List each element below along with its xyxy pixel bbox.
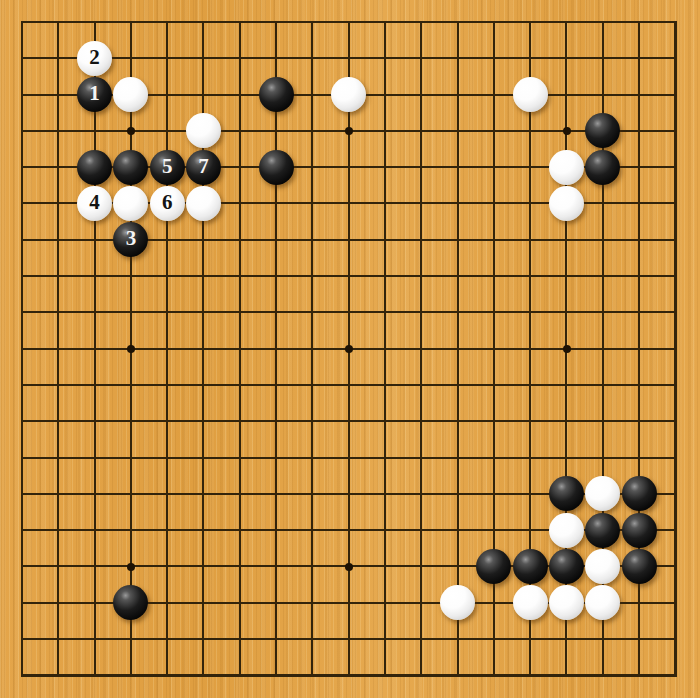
board-point-K8[interactable] <box>331 403 367 439</box>
board-point-F5[interactable] <box>185 512 221 548</box>
board-point-F7[interactable] <box>185 439 221 475</box>
board-point-E19[interactable] <box>149 4 185 40</box>
board-point-M3[interactable] <box>403 585 439 621</box>
board-point-Q7[interactable] <box>548 439 584 475</box>
board-point-H15[interactable] <box>258 149 294 185</box>
board-point-P12[interactable] <box>512 258 548 294</box>
board-point-B17[interactable] <box>40 76 76 112</box>
board-point-H9[interactable] <box>258 367 294 403</box>
board-point-R5[interactable] <box>585 512 621 548</box>
board-point-R13[interactable] <box>585 222 621 258</box>
board-point-L1[interactable] <box>367 657 403 693</box>
board-point-F17[interactable] <box>185 76 221 112</box>
board-point-T5[interactable] <box>657 512 693 548</box>
board-point-B7[interactable] <box>40 439 76 475</box>
board-point-F13[interactable] <box>185 222 221 258</box>
board-point-R11[interactable] <box>585 294 621 330</box>
board-point-D16[interactable] <box>113 113 149 149</box>
board-point-D2[interactable] <box>113 621 149 657</box>
board-point-O9[interactable] <box>476 367 512 403</box>
board-point-J5[interactable] <box>294 512 330 548</box>
board-point-A7[interactable] <box>4 439 40 475</box>
board-point-R1[interactable] <box>585 657 621 693</box>
board-point-Q15[interactable] <box>548 149 584 185</box>
board-point-S18[interactable] <box>621 40 657 76</box>
board-point-E8[interactable] <box>149 403 185 439</box>
board-point-C8[interactable] <box>76 403 112 439</box>
board-point-P1[interactable] <box>512 657 548 693</box>
board-point-J17[interactable] <box>294 76 330 112</box>
board-point-B2[interactable] <box>40 621 76 657</box>
board-point-C3[interactable] <box>76 585 112 621</box>
board-point-N18[interactable] <box>439 40 475 76</box>
board-point-N17[interactable] <box>439 76 475 112</box>
board-point-D15[interactable] <box>113 149 149 185</box>
board-point-N11[interactable] <box>439 294 475 330</box>
board-point-E3[interactable] <box>149 585 185 621</box>
board-point-E5[interactable] <box>149 512 185 548</box>
board-point-L16[interactable] <box>367 113 403 149</box>
board-point-L17[interactable] <box>367 76 403 112</box>
board-point-A1[interactable] <box>4 657 40 693</box>
board-point-E6[interactable] <box>149 476 185 512</box>
board-point-K5[interactable] <box>331 512 367 548</box>
board-point-G3[interactable] <box>222 585 258 621</box>
board-point-N3[interactable] <box>439 585 475 621</box>
board-point-L15[interactable] <box>367 149 403 185</box>
board-point-O13[interactable] <box>476 222 512 258</box>
board-point-H5[interactable] <box>258 512 294 548</box>
board-point-K15[interactable] <box>331 149 367 185</box>
board-point-E17[interactable] <box>149 76 185 112</box>
board-point-S11[interactable] <box>621 294 657 330</box>
board-point-A9[interactable] <box>4 367 40 403</box>
board-point-S2[interactable] <box>621 621 657 657</box>
board-point-E2[interactable] <box>149 621 185 657</box>
board-point-L2[interactable] <box>367 621 403 657</box>
board-point-M10[interactable] <box>403 331 439 367</box>
board-point-C9[interactable] <box>76 367 112 403</box>
board-point-E11[interactable] <box>149 294 185 330</box>
board-point-J12[interactable] <box>294 258 330 294</box>
board-point-L6[interactable] <box>367 476 403 512</box>
board-point-Q14[interactable] <box>548 185 584 221</box>
board-point-F1[interactable] <box>185 657 221 693</box>
board-point-G17[interactable] <box>222 76 258 112</box>
board-point-G8[interactable] <box>222 403 258 439</box>
board-point-Q2[interactable] <box>548 621 584 657</box>
board-point-H19[interactable] <box>258 4 294 40</box>
board-point-E7[interactable] <box>149 439 185 475</box>
board-point-T18[interactable] <box>657 40 693 76</box>
board-point-J10[interactable] <box>294 331 330 367</box>
board-point-R9[interactable] <box>585 367 621 403</box>
board-point-L4[interactable] <box>367 548 403 584</box>
board-point-B3[interactable] <box>40 585 76 621</box>
board-point-C12[interactable] <box>76 258 112 294</box>
board-point-G6[interactable] <box>222 476 258 512</box>
board-point-Q16[interactable] <box>548 113 584 149</box>
board-point-D12[interactable] <box>113 258 149 294</box>
board-point-H1[interactable] <box>258 657 294 693</box>
board-point-G15[interactable] <box>222 149 258 185</box>
board-point-H14[interactable] <box>258 185 294 221</box>
board-point-O7[interactable] <box>476 439 512 475</box>
board-point-N4[interactable] <box>439 548 475 584</box>
board-point-O15[interactable] <box>476 149 512 185</box>
board-point-M6[interactable] <box>403 476 439 512</box>
board-point-G19[interactable] <box>222 4 258 40</box>
board-point-T9[interactable] <box>657 367 693 403</box>
board-point-B19[interactable] <box>40 4 76 40</box>
board-point-L10[interactable] <box>367 331 403 367</box>
board-point-Q13[interactable] <box>548 222 584 258</box>
board-point-C15[interactable] <box>76 149 112 185</box>
board-point-L13[interactable] <box>367 222 403 258</box>
board-point-N16[interactable] <box>439 113 475 149</box>
board-point-Q10[interactable] <box>548 331 584 367</box>
board-point-A5[interactable] <box>4 512 40 548</box>
board-point-T11[interactable] <box>657 294 693 330</box>
board-point-P16[interactable] <box>512 113 548 149</box>
board-point-H17[interactable] <box>258 76 294 112</box>
board-point-E13[interactable] <box>149 222 185 258</box>
board-point-P4[interactable] <box>512 548 548 584</box>
board-point-J11[interactable] <box>294 294 330 330</box>
board-point-M4[interactable] <box>403 548 439 584</box>
board-point-C16[interactable] <box>76 113 112 149</box>
board-point-F11[interactable] <box>185 294 221 330</box>
board-point-O19[interactable] <box>476 4 512 40</box>
board-point-C14[interactable] <box>76 185 112 221</box>
board-point-T6[interactable] <box>657 476 693 512</box>
board-point-H7[interactable] <box>258 439 294 475</box>
board-point-C19[interactable] <box>76 4 112 40</box>
board-point-N13[interactable] <box>439 222 475 258</box>
board-point-L11[interactable] <box>367 294 403 330</box>
board-point-F18[interactable] <box>185 40 221 76</box>
board-point-K7[interactable] <box>331 439 367 475</box>
board-point-F16[interactable] <box>185 113 221 149</box>
board-point-C2[interactable] <box>76 621 112 657</box>
board-point-D17[interactable] <box>113 76 149 112</box>
board-point-M18[interactable] <box>403 40 439 76</box>
board-point-G14[interactable] <box>222 185 258 221</box>
board-point-C5[interactable] <box>76 512 112 548</box>
board-point-R19[interactable] <box>585 4 621 40</box>
board-point-E1[interactable] <box>149 657 185 693</box>
board-point-K17[interactable] <box>331 76 367 112</box>
board-point-R10[interactable] <box>585 331 621 367</box>
board-point-M5[interactable] <box>403 512 439 548</box>
board-point-G7[interactable] <box>222 439 258 475</box>
board-point-J6[interactable] <box>294 476 330 512</box>
board-point-M7[interactable] <box>403 439 439 475</box>
board-point-S12[interactable] <box>621 258 657 294</box>
board-point-S4[interactable] <box>621 548 657 584</box>
board-point-H13[interactable] <box>258 222 294 258</box>
board-point-A18[interactable] <box>4 40 40 76</box>
board-point-E4[interactable] <box>149 548 185 584</box>
board-point-J7[interactable] <box>294 439 330 475</box>
board-point-N7[interactable] <box>439 439 475 475</box>
board-point-E12[interactable] <box>149 258 185 294</box>
board-point-H2[interactable] <box>258 621 294 657</box>
board-point-D7[interactable] <box>113 439 149 475</box>
board-point-F15[interactable] <box>185 149 221 185</box>
board-point-A12[interactable] <box>4 258 40 294</box>
board-point-L14[interactable] <box>367 185 403 221</box>
board-point-S17[interactable] <box>621 76 657 112</box>
board-point-F8[interactable] <box>185 403 221 439</box>
board-point-G2[interactable] <box>222 621 258 657</box>
board-point-S5[interactable] <box>621 512 657 548</box>
board-point-Q4[interactable] <box>548 548 584 584</box>
board-point-E10[interactable] <box>149 331 185 367</box>
board-point-K3[interactable] <box>331 585 367 621</box>
board-point-F3[interactable] <box>185 585 221 621</box>
board-point-A11[interactable] <box>4 294 40 330</box>
board-point-K10[interactable] <box>331 331 367 367</box>
board-point-M2[interactable] <box>403 621 439 657</box>
board-point-K19[interactable] <box>331 4 367 40</box>
board-point-N15[interactable] <box>439 149 475 185</box>
board-point-S9[interactable] <box>621 367 657 403</box>
board-point-L7[interactable] <box>367 439 403 475</box>
board-point-K18[interactable] <box>331 40 367 76</box>
board-point-D5[interactable] <box>113 512 149 548</box>
board-point-M8[interactable] <box>403 403 439 439</box>
board-point-R7[interactable] <box>585 439 621 475</box>
board-point-S16[interactable] <box>621 113 657 149</box>
board-point-K6[interactable] <box>331 476 367 512</box>
board-point-N12[interactable] <box>439 258 475 294</box>
board-point-H6[interactable] <box>258 476 294 512</box>
board-point-A10[interactable] <box>4 331 40 367</box>
board-point-Q3[interactable] <box>548 585 584 621</box>
board-point-G4[interactable] <box>222 548 258 584</box>
board-point-T16[interactable] <box>657 113 693 149</box>
board-point-D9[interactable] <box>113 367 149 403</box>
board-point-P13[interactable] <box>512 222 548 258</box>
board-point-J14[interactable] <box>294 185 330 221</box>
board-point-M16[interactable] <box>403 113 439 149</box>
board-point-P8[interactable] <box>512 403 548 439</box>
board-point-Q9[interactable] <box>548 367 584 403</box>
board-point-B6[interactable] <box>40 476 76 512</box>
board-point-T14[interactable] <box>657 185 693 221</box>
board-point-T3[interactable] <box>657 585 693 621</box>
board-point-S8[interactable] <box>621 403 657 439</box>
board-point-T13[interactable] <box>657 222 693 258</box>
board-point-N5[interactable] <box>439 512 475 548</box>
board-point-O8[interactable] <box>476 403 512 439</box>
board-point-N1[interactable] <box>439 657 475 693</box>
board-point-J9[interactable] <box>294 367 330 403</box>
board-point-O10[interactable] <box>476 331 512 367</box>
board-point-T10[interactable] <box>657 331 693 367</box>
board-point-P18[interactable] <box>512 40 548 76</box>
board-point-F12[interactable] <box>185 258 221 294</box>
board-point-K16[interactable] <box>331 113 367 149</box>
board-point-F14[interactable] <box>185 185 221 221</box>
board-point-D14[interactable] <box>113 185 149 221</box>
board-point-E14[interactable] <box>149 185 185 221</box>
board-point-K14[interactable] <box>331 185 367 221</box>
board-point-M19[interactable] <box>403 4 439 40</box>
board-point-L3[interactable] <box>367 585 403 621</box>
board-point-D19[interactable] <box>113 4 149 40</box>
board-point-P9[interactable] <box>512 367 548 403</box>
board-point-C18[interactable] <box>76 40 112 76</box>
board-point-B13[interactable] <box>40 222 76 258</box>
board-point-O5[interactable] <box>476 512 512 548</box>
board-point-P5[interactable] <box>512 512 548 548</box>
board-point-K13[interactable] <box>331 222 367 258</box>
board-point-T17[interactable] <box>657 76 693 112</box>
board-point-B18[interactable] <box>40 40 76 76</box>
board-point-K12[interactable] <box>331 258 367 294</box>
board-point-D11[interactable] <box>113 294 149 330</box>
board-point-S3[interactable] <box>621 585 657 621</box>
board-point-A14[interactable] <box>4 185 40 221</box>
board-point-P3[interactable] <box>512 585 548 621</box>
board-point-T2[interactable] <box>657 621 693 657</box>
board-point-E9[interactable] <box>149 367 185 403</box>
board-point-H8[interactable] <box>258 403 294 439</box>
board-point-O18[interactable] <box>476 40 512 76</box>
board-point-J3[interactable] <box>294 585 330 621</box>
board-point-D13[interactable] <box>113 222 149 258</box>
board-point-S19[interactable] <box>621 4 657 40</box>
board-point-P11[interactable] <box>512 294 548 330</box>
board-point-E15[interactable] <box>149 149 185 185</box>
board-point-L5[interactable] <box>367 512 403 548</box>
board-point-F10[interactable] <box>185 331 221 367</box>
board-point-D18[interactable] <box>113 40 149 76</box>
board-point-R16[interactable] <box>585 113 621 149</box>
board-point-T12[interactable] <box>657 258 693 294</box>
board-point-H3[interactable] <box>258 585 294 621</box>
board-point-M14[interactable] <box>403 185 439 221</box>
board-point-G10[interactable] <box>222 331 258 367</box>
board-point-O2[interactable] <box>476 621 512 657</box>
board-point-J16[interactable] <box>294 113 330 149</box>
board-point-N14[interactable] <box>439 185 475 221</box>
board-point-M1[interactable] <box>403 657 439 693</box>
board-point-C10[interactable] <box>76 331 112 367</box>
board-point-P14[interactable] <box>512 185 548 221</box>
board-point-N9[interactable] <box>439 367 475 403</box>
board-point-F4[interactable] <box>185 548 221 584</box>
board-point-J1[interactable] <box>294 657 330 693</box>
board-point-B11[interactable] <box>40 294 76 330</box>
board-point-A15[interactable] <box>4 149 40 185</box>
board-point-G11[interactable] <box>222 294 258 330</box>
board-point-B5[interactable] <box>40 512 76 548</box>
board-point-L9[interactable] <box>367 367 403 403</box>
board-point-R2[interactable] <box>585 621 621 657</box>
board-point-R3[interactable] <box>585 585 621 621</box>
board-point-T19[interactable] <box>657 4 693 40</box>
board-point-J18[interactable] <box>294 40 330 76</box>
board-point-D10[interactable] <box>113 331 149 367</box>
board-point-H4[interactable] <box>258 548 294 584</box>
board-point-R4[interactable] <box>585 548 621 584</box>
board-point-Q19[interactable] <box>548 4 584 40</box>
board-point-B1[interactable] <box>40 657 76 693</box>
board-point-K1[interactable] <box>331 657 367 693</box>
board-point-A19[interactable] <box>4 4 40 40</box>
board-point-E16[interactable] <box>149 113 185 149</box>
board-point-L18[interactable] <box>367 40 403 76</box>
board-point-P7[interactable] <box>512 439 548 475</box>
board-point-O17[interactable] <box>476 76 512 112</box>
board-point-C4[interactable] <box>76 548 112 584</box>
board-point-N10[interactable] <box>439 331 475 367</box>
board-point-P6[interactable] <box>512 476 548 512</box>
board-point-M9[interactable] <box>403 367 439 403</box>
board-point-N19[interactable] <box>439 4 475 40</box>
board-point-G5[interactable] <box>222 512 258 548</box>
board-point-K2[interactable] <box>331 621 367 657</box>
board-point-O4[interactable] <box>476 548 512 584</box>
board-point-G12[interactable] <box>222 258 258 294</box>
board-point-C6[interactable] <box>76 476 112 512</box>
board-point-S15[interactable] <box>621 149 657 185</box>
board-point-F9[interactable] <box>185 367 221 403</box>
board-point-M11[interactable] <box>403 294 439 330</box>
board-point-J15[interactable] <box>294 149 330 185</box>
board-point-D1[interactable] <box>113 657 149 693</box>
board-point-O12[interactable] <box>476 258 512 294</box>
board-point-C11[interactable] <box>76 294 112 330</box>
board-point-H16[interactable] <box>258 113 294 149</box>
board-point-H11[interactable] <box>258 294 294 330</box>
board-point-C17[interactable] <box>76 76 112 112</box>
board-point-L12[interactable] <box>367 258 403 294</box>
board-point-F19[interactable] <box>185 4 221 40</box>
board-point-G1[interactable] <box>222 657 258 693</box>
board-point-Q8[interactable] <box>548 403 584 439</box>
board-point-M17[interactable] <box>403 76 439 112</box>
board-point-R6[interactable] <box>585 476 621 512</box>
board-point-Q11[interactable] <box>548 294 584 330</box>
board-point-A13[interactable] <box>4 222 40 258</box>
board-point-K11[interactable] <box>331 294 367 330</box>
board-point-D6[interactable] <box>113 476 149 512</box>
board-point-O16[interactable] <box>476 113 512 149</box>
board-point-G9[interactable] <box>222 367 258 403</box>
board-point-A3[interactable] <box>4 585 40 621</box>
board-point-B14[interactable] <box>40 185 76 221</box>
board-point-J8[interactable] <box>294 403 330 439</box>
board-point-K4[interactable] <box>331 548 367 584</box>
board-point-P10[interactable] <box>512 331 548 367</box>
board-point-S13[interactable] <box>621 222 657 258</box>
board-point-N8[interactable] <box>439 403 475 439</box>
board-point-N6[interactable] <box>439 476 475 512</box>
board-point-Q18[interactable] <box>548 40 584 76</box>
board-point-M13[interactable] <box>403 222 439 258</box>
board-point-B15[interactable] <box>40 149 76 185</box>
board-point-T8[interactable] <box>657 403 693 439</box>
board-point-G18[interactable] <box>222 40 258 76</box>
board-point-A8[interactable] <box>4 403 40 439</box>
board-point-C7[interactable] <box>76 439 112 475</box>
board-point-H12[interactable] <box>258 258 294 294</box>
board-point-J19[interactable] <box>294 4 330 40</box>
